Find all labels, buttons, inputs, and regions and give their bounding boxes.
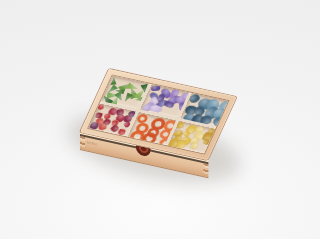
drop-piece [176,121,184,129]
ball-piece [117,129,126,136]
disc-piece [200,115,211,124]
egg-piece [150,86,160,91]
ball-piece [202,139,211,146]
ball-piece [97,104,105,111]
finger-joints-left [80,136,85,149]
brand-stamp: tickit [87,141,97,147]
ball-piece [98,123,106,131]
drop-piece [176,141,187,149]
ball-piece [189,142,199,150]
photo-scene: tickit [0,0,320,239]
compartment-blue-discs [180,93,228,126]
finger-joints-right [203,163,208,176]
compartment-yellow-drops [168,120,216,153]
ball-piece [123,121,131,128]
